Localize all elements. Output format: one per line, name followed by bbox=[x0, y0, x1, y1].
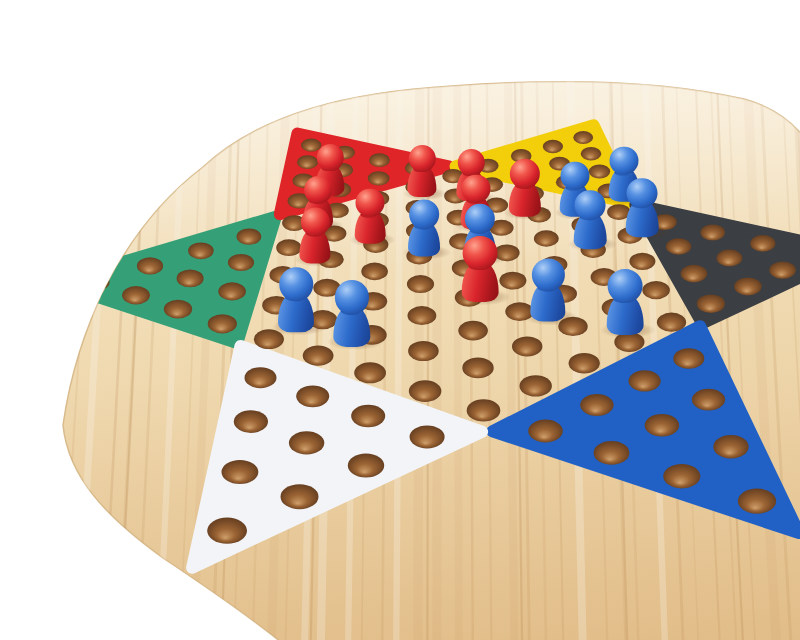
board-hole[interactable] bbox=[361, 263, 388, 281]
board-hole[interactable] bbox=[769, 261, 796, 278]
board-hole[interactable] bbox=[629, 370, 661, 391]
board-hole[interactable] bbox=[137, 257, 163, 274]
board-hole[interactable] bbox=[717, 250, 743, 267]
red-pawn[interactable] bbox=[462, 236, 499, 302]
pawn-head bbox=[561, 162, 589, 190]
board-hole[interactable] bbox=[580, 394, 613, 416]
pawn-head bbox=[408, 145, 435, 172]
board-hole[interactable] bbox=[692, 389, 725, 411]
board-hole[interactable] bbox=[573, 131, 593, 144]
red-pawn[interactable] bbox=[299, 208, 330, 264]
blue-pawn[interactable] bbox=[408, 199, 440, 256]
board-hole[interactable] bbox=[222, 460, 259, 484]
pawn-head bbox=[510, 159, 540, 189]
board-hole[interactable] bbox=[589, 164, 610, 178]
board-hole[interactable] bbox=[467, 399, 501, 421]
board-hole[interactable] bbox=[207, 518, 247, 544]
board-hole[interactable] bbox=[296, 385, 329, 407]
board-hole[interactable] bbox=[681, 265, 708, 283]
board-hole[interactable] bbox=[164, 300, 192, 319]
board-hole[interactable] bbox=[348, 454, 384, 478]
board-hole[interactable] bbox=[713, 435, 748, 458]
board-hole[interactable] bbox=[697, 294, 725, 313]
pawn-head bbox=[532, 258, 565, 291]
pawn-head bbox=[608, 269, 642, 303]
board-hole[interactable] bbox=[734, 277, 761, 295]
board-hole[interactable] bbox=[368, 171, 390, 185]
chinese-checkers-board bbox=[0, 0, 800, 640]
board-hole[interactable] bbox=[177, 270, 204, 288]
blue-pawn[interactable] bbox=[530, 258, 565, 321]
board-hole[interactable] bbox=[663, 464, 700, 488]
board-hole[interactable] bbox=[666, 238, 691, 255]
board-hole[interactable] bbox=[408, 306, 437, 325]
board-hole[interactable] bbox=[408, 341, 439, 361]
board-hole[interactable] bbox=[512, 336, 542, 356]
pawn-head bbox=[316, 144, 343, 171]
pawn-head bbox=[465, 204, 495, 234]
board-hole[interactable] bbox=[534, 230, 559, 246]
pawn-head bbox=[463, 236, 497, 270]
board-hole[interactable] bbox=[458, 321, 488, 341]
board-hole[interactable] bbox=[410, 425, 445, 448]
board-hole[interactable] bbox=[543, 140, 563, 153]
board-hole[interactable] bbox=[218, 282, 246, 300]
board-hole[interactable] bbox=[569, 353, 600, 374]
board-hole[interactable] bbox=[228, 254, 254, 271]
board-hole[interactable] bbox=[289, 431, 324, 454]
board-hole[interactable] bbox=[122, 286, 150, 304]
red-pawn[interactable] bbox=[355, 189, 386, 244]
board-hole[interactable] bbox=[673, 348, 704, 368]
pawn-head bbox=[304, 176, 332, 204]
board-hole[interactable] bbox=[642, 281, 670, 299]
board-hole[interactable] bbox=[738, 489, 776, 514]
board-hole[interactable] bbox=[750, 235, 775, 252]
pawn-head bbox=[627, 178, 657, 208]
board-hole[interactable] bbox=[594, 441, 630, 465]
pawn-head bbox=[462, 175, 490, 203]
board-hole[interactable] bbox=[354, 362, 386, 383]
board-hole[interactable] bbox=[700, 224, 725, 240]
blue-pawn[interactable] bbox=[626, 178, 659, 237]
board-hole[interactable] bbox=[629, 253, 655, 270]
board-hole[interactable] bbox=[82, 273, 109, 291]
board-hole[interactable] bbox=[234, 410, 268, 433]
pawn-head bbox=[300, 208, 329, 237]
red-pawn[interactable] bbox=[509, 159, 541, 217]
blue-pawn[interactable] bbox=[607, 269, 644, 335]
board-hole[interactable] bbox=[581, 147, 602, 161]
board-hole[interactable] bbox=[188, 242, 214, 259]
board-hole[interactable] bbox=[462, 358, 493, 379]
pawn-head bbox=[575, 190, 605, 220]
board-hole[interactable] bbox=[657, 313, 686, 332]
pawn-head bbox=[335, 280, 370, 315]
board-hole[interactable] bbox=[369, 153, 390, 167]
board-hole[interactable] bbox=[528, 420, 563, 443]
pawn-head bbox=[356, 189, 384, 217]
board-hole[interactable] bbox=[409, 380, 442, 402]
pawn-head bbox=[409, 199, 439, 229]
chinese-checkers-scene bbox=[0, 0, 800, 640]
board-hole[interactable] bbox=[407, 275, 434, 293]
pawn-head bbox=[457, 149, 484, 176]
pawn-head bbox=[610, 147, 638, 175]
board-hole[interactable] bbox=[351, 405, 385, 427]
board-hole[interactable] bbox=[645, 414, 679, 437]
board-hole[interactable] bbox=[208, 314, 237, 333]
red-pawn[interactable] bbox=[407, 145, 436, 197]
board-hole[interactable] bbox=[281, 484, 319, 509]
pawn-head bbox=[279, 267, 313, 301]
board-hole[interactable] bbox=[520, 375, 552, 396]
board-hole[interactable] bbox=[237, 228, 262, 244]
blue-pawn[interactable] bbox=[333, 280, 370, 347]
board-hole[interactable] bbox=[499, 272, 526, 290]
board-hole[interactable] bbox=[245, 367, 277, 388]
blue-pawn[interactable] bbox=[278, 267, 314, 332]
blue-pawn[interactable] bbox=[574, 190, 607, 249]
